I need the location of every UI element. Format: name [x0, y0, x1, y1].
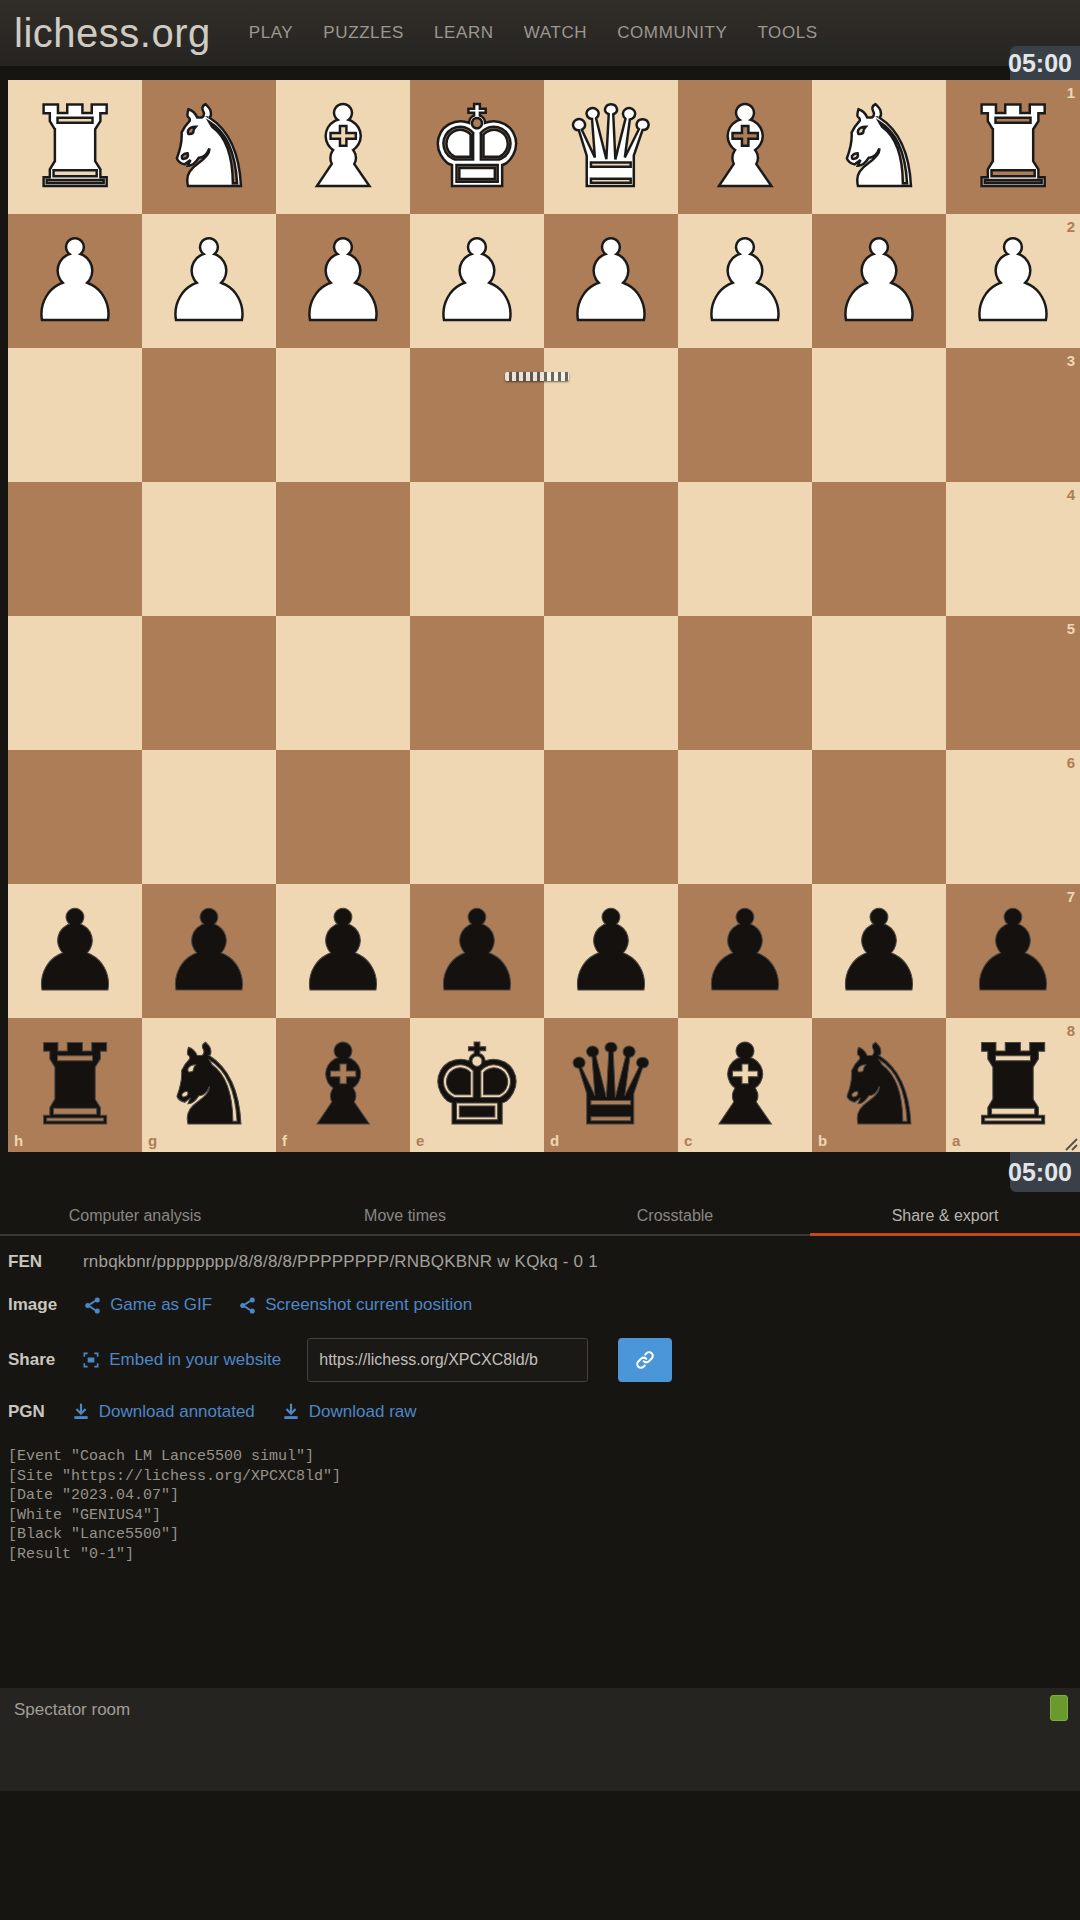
- square-h4[interactable]: [8, 482, 142, 616]
- main-menu: PLAYPUZZLESLEARNWATCHCOMMUNITYTOOLS: [249, 23, 818, 43]
- white-pawn[interactable]: ♟: [293, 225, 393, 337]
- square-d4[interactable]: [544, 482, 678, 616]
- lichess-logo[interactable]: lichess.org: [14, 11, 211, 56]
- square-d5[interactable]: [544, 616, 678, 750]
- square-g3[interactable]: [142, 348, 276, 482]
- share-icon: [83, 1296, 102, 1315]
- image-row: Image Game as GIF Screenshot current pos…: [8, 1295, 472, 1315]
- square-b5[interactable]: [812, 616, 946, 750]
- embed-website-link[interactable]: Embed in your website: [81, 1350, 281, 1370]
- rank-label-3: 3: [1067, 352, 1075, 369]
- white-bishop[interactable]: ♝: [695, 91, 795, 203]
- black-knight[interactable]: ♞: [829, 1029, 929, 1141]
- square-f3[interactable]: [276, 348, 410, 482]
- download-raw-link[interactable]: Download raw: [281, 1402, 417, 1422]
- spectator-room-title: Spectator room: [14, 1700, 130, 1720]
- square-g5[interactable]: [142, 616, 276, 750]
- white-pawn[interactable]: ♟: [829, 225, 929, 337]
- white-pawn[interactable]: ♟: [427, 225, 527, 337]
- fen-label: FEN: [8, 1252, 42, 1272]
- chat-presence-toggle[interactable]: [1050, 1695, 1068, 1721]
- nav-item-puzzles[interactable]: PUZZLES: [323, 23, 404, 43]
- square-b7[interactable]: ♟: [812, 884, 946, 1018]
- square-a7[interactable]: ♟7: [946, 884, 1080, 1018]
- file-label-h: h: [14, 1132, 23, 1149]
- square-f8[interactable]: ♝f: [276, 1018, 410, 1152]
- rank-label-6: 6: [1067, 754, 1075, 771]
- copy-link-button[interactable]: [618, 1338, 672, 1382]
- square-f5[interactable]: [276, 616, 410, 750]
- square-f4[interactable]: [276, 482, 410, 616]
- fen-value: rnbqkbnr/pppppppp/8/8/8/8/PPPPPPPP/RNBQK…: [83, 1252, 598, 1272]
- white-pawn[interactable]: ♟: [561, 225, 661, 337]
- square-g7[interactable]: ♟: [142, 884, 276, 1018]
- square-g4[interactable]: [142, 482, 276, 616]
- share-label: Share: [8, 1350, 55, 1370]
- black-rook[interactable]: ♜: [25, 1029, 125, 1141]
- nav-item-learn[interactable]: LEARN: [434, 23, 494, 43]
- nav-item-watch[interactable]: WATCH: [524, 23, 587, 43]
- square-d8[interactable]: ♛d: [544, 1018, 678, 1152]
- game-url-input[interactable]: [307, 1338, 588, 1382]
- embed-icon: [81, 1350, 101, 1370]
- image-label: Image: [8, 1295, 57, 1315]
- square-e1[interactable]: ♚: [410, 80, 544, 214]
- square-d1[interactable]: ♛: [544, 80, 678, 214]
- file-label-g: g: [148, 1132, 157, 1149]
- square-h7[interactable]: ♟: [8, 884, 142, 1018]
- tab-share-export[interactable]: Share & export: [810, 1198, 1080, 1234]
- square-a6[interactable]: 6: [946, 750, 1080, 884]
- square-h1[interactable]: ♜: [8, 80, 142, 214]
- black-king[interactable]: ♚: [427, 1029, 527, 1141]
- rank-label-2: 2: [1067, 218, 1075, 235]
- black-clock: 05:00: [1010, 1152, 1080, 1192]
- tab-computer-analysis[interactable]: Computer analysis: [0, 1198, 270, 1234]
- download-icon: [71, 1402, 91, 1422]
- white-rook[interactable]: ♜: [963, 91, 1063, 203]
- analysis-tabs: Computer analysisMove timesCrosstableSha…: [0, 1198, 1080, 1236]
- rank-label-4: 4: [1067, 486, 1075, 503]
- white-rook[interactable]: ♜: [25, 91, 125, 203]
- board-resize-handle-icon[interactable]: [1062, 1135, 1078, 1151]
- square-a4[interactable]: 4: [946, 482, 1080, 616]
- share-icon: [238, 1296, 257, 1315]
- chess-board[interactable]: ♜♞♝♚♛♝♞♜1♟♟♟♟♟♟♟♟23456♟♟♟♟♟♟♟♟7♜h♞g♝f♚e♛…: [8, 80, 1080, 1152]
- file-label-b: b: [818, 1132, 827, 1149]
- black-knight[interactable]: ♞: [159, 1029, 259, 1141]
- rank-label-5: 5: [1067, 620, 1075, 637]
- square-f1[interactable]: ♝: [276, 80, 410, 214]
- white-pawn[interactable]: ♟: [159, 225, 259, 337]
- file-label-c: c: [684, 1132, 692, 1149]
- link-icon: [634, 1349, 656, 1371]
- white-pawn[interactable]: ♟: [963, 225, 1063, 337]
- black-pawn[interactable]: ♟: [25, 895, 125, 1007]
- black-pawn[interactable]: ♟: [695, 895, 795, 1007]
- board-overlay-artifact: [505, 372, 569, 381]
- square-e7[interactable]: ♟: [410, 884, 544, 1018]
- square-c5[interactable]: [678, 616, 812, 750]
- rank-label-8: 8: [1067, 1022, 1075, 1039]
- white-pawn[interactable]: ♟: [695, 225, 795, 337]
- square-b8[interactable]: ♞b: [812, 1018, 946, 1152]
- rank-label-7: 7: [1067, 888, 1075, 905]
- download-icon: [281, 1402, 301, 1422]
- square-f6[interactable]: [276, 750, 410, 884]
- black-pawn[interactable]: ♟: [159, 895, 259, 1007]
- square-c2[interactable]: ♟: [678, 214, 812, 348]
- square-c4[interactable]: [678, 482, 812, 616]
- file-label-f: f: [282, 1132, 287, 1149]
- file-label-e: e: [416, 1132, 424, 1149]
- square-h6[interactable]: [8, 750, 142, 884]
- square-e3[interactable]: [410, 348, 544, 482]
- nav-item-play[interactable]: PLAY: [249, 23, 294, 43]
- black-clock-time: 05:00: [1008, 1158, 1072, 1187]
- tab-move-times[interactable]: Move times: [270, 1198, 540, 1234]
- square-g8[interactable]: ♞g: [142, 1018, 276, 1152]
- black-pawn[interactable]: ♟: [829, 895, 929, 1007]
- square-h8[interactable]: ♜h: [8, 1018, 142, 1152]
- square-a2[interactable]: ♟2: [946, 214, 1080, 348]
- square-h2[interactable]: ♟: [8, 214, 142, 348]
- file-label-d: d: [550, 1132, 559, 1149]
- pgn-row: PGN Download annotated Download raw: [8, 1402, 417, 1422]
- black-pawn[interactable]: ♟: [293, 895, 393, 1007]
- white-bishop[interactable]: ♝: [293, 91, 393, 203]
- share-row: Share Embed in your website: [8, 1338, 672, 1382]
- white-pawn[interactable]: ♟: [25, 225, 125, 337]
- square-b4[interactable]: [812, 482, 946, 616]
- black-pawn[interactable]: ♟: [561, 895, 661, 1007]
- file-label-a: a: [952, 1132, 960, 1149]
- square-a8[interactable]: ♜a8: [946, 1018, 1080, 1152]
- fen-row: FEN rnbqkbnr/pppppppp/8/8/8/8/PPPPPPPP/R…: [8, 1252, 598, 1272]
- square-b6[interactable]: [812, 750, 946, 884]
- square-f2[interactable]: ♟: [276, 214, 410, 348]
- black-queen[interactable]: ♛: [561, 1029, 661, 1141]
- white-king[interactable]: ♚: [427, 91, 527, 203]
- square-c6[interactable]: [678, 750, 812, 884]
- square-d3[interactable]: [544, 348, 678, 482]
- square-g1[interactable]: ♞: [142, 80, 276, 214]
- download-annotated-link[interactable]: Download annotated: [71, 1402, 255, 1422]
- game-as-gif-link[interactable]: Game as GIF: [83, 1295, 212, 1315]
- square-c7[interactable]: ♟: [678, 884, 812, 1018]
- pgn-label: PGN: [8, 1402, 45, 1422]
- white-knight[interactable]: ♞: [829, 91, 929, 203]
- black-pawn[interactable]: ♟: [963, 895, 1063, 1007]
- square-e4[interactable]: [410, 482, 544, 616]
- square-d6[interactable]: [544, 750, 678, 884]
- square-b3[interactable]: [812, 348, 946, 482]
- square-g2[interactable]: ♟: [142, 214, 276, 348]
- square-h3[interactable]: [8, 348, 142, 482]
- top-nav: lichess.org PLAYPUZZLESLEARNWATCHCOMMUNI…: [0, 0, 1080, 66]
- tab-crosstable[interactable]: Crosstable: [540, 1198, 810, 1234]
- square-h5[interactable]: [8, 616, 142, 750]
- square-e6[interactable]: [410, 750, 544, 884]
- square-c1[interactable]: ♝: [678, 80, 812, 214]
- square-e2[interactable]: ♟: [410, 214, 544, 348]
- white-clock-time: 05:00: [1008, 49, 1072, 78]
- white-clock: 05:00: [1010, 46, 1080, 80]
- nav-item-community[interactable]: COMMUNITY: [617, 23, 727, 43]
- spectator-room-panel: Spectator room: [0, 1688, 1080, 1791]
- white-queen[interactable]: ♛: [561, 91, 661, 203]
- rank-label-1: 1: [1067, 84, 1075, 101]
- screenshot-position-link[interactable]: Screenshot current position: [238, 1295, 472, 1315]
- black-pawn[interactable]: ♟: [427, 895, 527, 1007]
- square-b1[interactable]: ♞: [812, 80, 946, 214]
- square-e8[interactable]: ♚e: [410, 1018, 544, 1152]
- black-bishop[interactable]: ♝: [695, 1029, 795, 1141]
- white-knight[interactable]: ♞: [159, 91, 259, 203]
- square-f7[interactable]: ♟: [276, 884, 410, 1018]
- square-b2[interactable]: ♟: [812, 214, 946, 348]
- square-c8[interactable]: ♝c: [678, 1018, 812, 1152]
- nav-item-tools[interactable]: TOOLS: [757, 23, 817, 43]
- square-g6[interactable]: [142, 750, 276, 884]
- square-a3[interactable]: 3: [946, 348, 1080, 482]
- square-d2[interactable]: ♟: [544, 214, 678, 348]
- square-c3[interactable]: [678, 348, 812, 482]
- square-a1[interactable]: ♜1: [946, 80, 1080, 214]
- square-e5[interactable]: [410, 616, 544, 750]
- square-d7[interactable]: ♟: [544, 884, 678, 1018]
- black-bishop[interactable]: ♝: [293, 1029, 393, 1141]
- black-rook[interactable]: ♜: [963, 1029, 1063, 1141]
- square-a5[interactable]: 5: [946, 616, 1080, 750]
- pgn-text: [Event "Coach LM Lance5500 simul"] [Site…: [8, 1447, 1008, 1564]
